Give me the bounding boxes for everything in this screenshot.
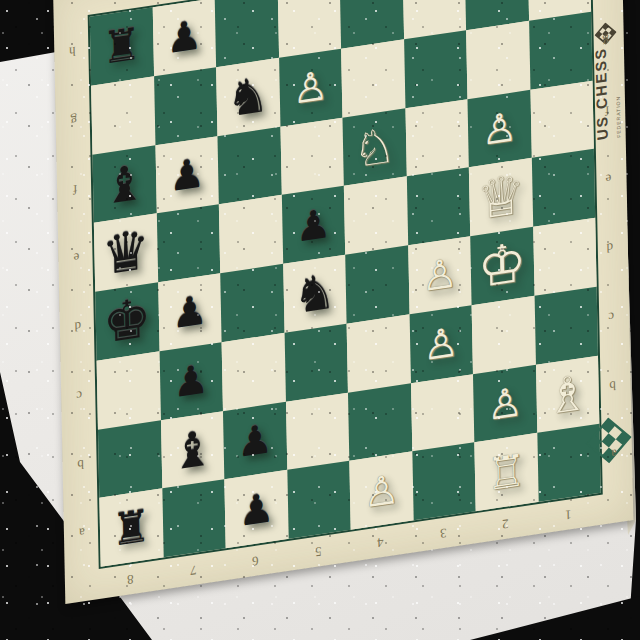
white-rook: ♖ bbox=[486, 447, 526, 497]
square-h6[interactable] bbox=[215, 0, 279, 67]
square-a2[interactable]: ♖ bbox=[474, 433, 538, 511]
square-a6[interactable]: ♟ bbox=[224, 470, 288, 548]
square-b6[interactable]: ♟ bbox=[223, 401, 287, 479]
square-a8[interactable]: ♜ bbox=[99, 489, 163, 567]
square-e1[interactable] bbox=[531, 149, 595, 227]
square-f2[interactable]: ♙ bbox=[467, 89, 531, 167]
file-label-right-g: g bbox=[595, 32, 617, 51]
file-label-left-g: g bbox=[63, 110, 85, 129]
square-f3[interactable] bbox=[405, 99, 469, 177]
square-e2[interactable]: ♕ bbox=[469, 158, 533, 236]
square-f8[interactable]: ♝ bbox=[92, 145, 156, 223]
white-pawn: ♙ bbox=[292, 65, 329, 110]
square-e8[interactable]: ♛ bbox=[94, 214, 158, 292]
square-a4[interactable]: ♙ bbox=[349, 452, 413, 530]
square-c3[interactable]: ♙ bbox=[409, 305, 473, 383]
square-e3[interactable] bbox=[406, 167, 470, 245]
file-label-right-e: e bbox=[597, 169, 619, 188]
square-b3[interactable] bbox=[410, 374, 474, 452]
square-d7[interactable]: ♟ bbox=[158, 273, 222, 351]
square-e7[interactable] bbox=[156, 204, 220, 282]
black-pawn: ♟ bbox=[237, 418, 274, 463]
square-a3[interactable] bbox=[412, 442, 476, 520]
square-c6[interactable] bbox=[222, 333, 286, 411]
square-a7[interactable] bbox=[162, 479, 226, 557]
square-g4[interactable] bbox=[341, 39, 405, 117]
square-c1[interactable] bbox=[534, 286, 598, 364]
board-grid: ♜♟♞♙♝♟♘♙♛♟♕♚♟♞♙♔♟♙♝♟♙♗♜♟♙♖ bbox=[88, 0, 603, 569]
square-d8[interactable]: ♚ bbox=[95, 282, 159, 360]
square-b4[interactable] bbox=[348, 383, 412, 461]
square-g5[interactable]: ♙ bbox=[279, 48, 343, 126]
black-queen: ♛ bbox=[101, 222, 151, 283]
file-label-left-c: c bbox=[68, 385, 90, 404]
square-b8[interactable] bbox=[98, 420, 162, 498]
square-d6[interactable] bbox=[220, 264, 284, 342]
square-g2[interactable] bbox=[466, 21, 530, 99]
file-label-left-f: f bbox=[64, 179, 86, 198]
white-pawn: ♙ bbox=[487, 381, 524, 426]
black-pawn: ♟ bbox=[171, 290, 208, 335]
square-b5[interactable] bbox=[285, 392, 349, 470]
square-g3[interactable] bbox=[404, 30, 468, 108]
square-e6[interactable] bbox=[219, 195, 283, 273]
file-label-left-h: h bbox=[61, 42, 83, 61]
square-c5[interactable] bbox=[284, 323, 348, 401]
file-label-right-c: c bbox=[600, 307, 622, 326]
white-queen: ♕ bbox=[476, 167, 526, 228]
file-label-left-d: d bbox=[67, 317, 89, 336]
black-king: ♚ bbox=[102, 291, 152, 352]
file-label-left-a: a bbox=[71, 523, 93, 542]
black-pawn: ♟ bbox=[169, 152, 206, 197]
square-f4[interactable]: ♘ bbox=[342, 108, 406, 186]
square-g8[interactable] bbox=[91, 76, 155, 154]
black-bishop: ♝ bbox=[102, 157, 146, 211]
square-f6[interactable] bbox=[217, 126, 281, 204]
square-e5[interactable]: ♟ bbox=[281, 186, 345, 264]
square-d2[interactable]: ♔ bbox=[470, 227, 534, 305]
white-bishop: ♗ bbox=[545, 367, 589, 421]
square-f1[interactable] bbox=[530, 80, 594, 158]
black-rook: ♜ bbox=[111, 503, 151, 553]
square-h8[interactable]: ♜ bbox=[90, 7, 154, 85]
square-g7[interactable] bbox=[154, 67, 218, 145]
square-h7[interactable]: ♟ bbox=[152, 0, 216, 76]
square-c2[interactable] bbox=[472, 296, 536, 374]
black-pawn: ♟ bbox=[295, 202, 332, 247]
square-d3[interactable]: ♙ bbox=[408, 236, 472, 314]
square-c4[interactable] bbox=[347, 314, 411, 392]
us-chess-wordmark: US CHESS bbox=[592, 46, 611, 141]
square-d1[interactable] bbox=[533, 218, 597, 296]
chess-board: ♜♟♞♙♝♟♘♙♛♟♕♚♟♞♙♔♟♙♝♟♙♗♜♟♙♖ US CHESS FEDE… bbox=[53, 0, 633, 604]
black-knight: ♞ bbox=[293, 266, 337, 320]
white-pawn: ♙ bbox=[481, 106, 518, 151]
white-pawn: ♙ bbox=[421, 253, 458, 298]
square-b2[interactable]: ♙ bbox=[473, 364, 537, 442]
black-rook: ♜ bbox=[101, 22, 141, 72]
file-label-right-b: b bbox=[601, 375, 623, 394]
square-c7[interactable]: ♟ bbox=[159, 342, 223, 420]
square-g6[interactable]: ♞ bbox=[216, 58, 280, 136]
white-king: ♔ bbox=[477, 235, 527, 296]
square-d5[interactable]: ♞ bbox=[283, 255, 347, 333]
square-c8[interactable] bbox=[97, 351, 161, 429]
file-label-left-b: b bbox=[69, 454, 91, 473]
square-f5[interactable] bbox=[280, 117, 344, 195]
square-b7[interactable]: ♝ bbox=[160, 411, 224, 489]
black-pawn: ♟ bbox=[238, 487, 275, 532]
white-knight: ♘ bbox=[352, 120, 396, 174]
square-f7[interactable]: ♟ bbox=[155, 136, 219, 214]
black-bishop: ♝ bbox=[170, 422, 214, 476]
black-pawn: ♟ bbox=[173, 358, 210, 403]
black-pawn: ♟ bbox=[166, 15, 203, 60]
square-a5[interactable] bbox=[287, 461, 351, 539]
square-d4[interactable] bbox=[345, 245, 409, 323]
file-label-right-f: f bbox=[596, 100, 618, 119]
white-pawn: ♙ bbox=[363, 468, 400, 513]
square-g1[interactable] bbox=[529, 11, 593, 89]
black-knight: ♞ bbox=[226, 69, 270, 123]
file-label-right-d: d bbox=[599, 238, 621, 257]
square-e4[interactable] bbox=[344, 177, 408, 255]
file-label-left-e: e bbox=[65, 248, 87, 267]
white-pawn: ♙ bbox=[423, 321, 460, 366]
